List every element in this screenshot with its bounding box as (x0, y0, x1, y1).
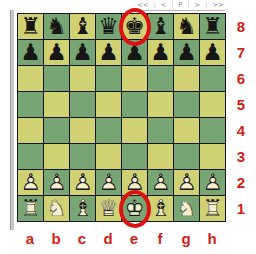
rank-label-5: 5 (232, 91, 250, 117)
square-e8[interactable]: ♚ (122, 14, 147, 39)
square-g8[interactable]: ♞ (174, 14, 199, 39)
square-d3[interactable] (96, 144, 121, 169)
piece-white-king: ♚♔ (122, 196, 147, 221)
piece-black-bishop: ♝ (148, 14, 173, 39)
file-label-c: c (69, 228, 95, 248)
square-b3[interactable] (44, 144, 69, 169)
file-label-a: a (17, 228, 43, 248)
piece-outline: ♘ (44, 196, 69, 221)
rank-label-2: 2 (232, 169, 250, 195)
piece-fill: ♞ (44, 196, 69, 221)
piece-white-pawn: ♟♙ (44, 170, 69, 195)
nav-separator: | (205, 0, 207, 10)
piece-outline: ♔ (122, 196, 147, 221)
piece-white-pawn: ♟♙ (122, 170, 147, 195)
square-h1[interactable]: ♜♖ (200, 196, 225, 221)
piece-black-rook: ♜ (200, 14, 225, 39)
square-e3[interactable] (122, 144, 147, 169)
piece-glyph: ♟ (44, 40, 69, 65)
piece-black-pawn: ♟ (96, 40, 121, 65)
nav-separator: | (171, 0, 173, 10)
piece-glyph: ♞ (44, 14, 69, 39)
piece-outline: ♖ (200, 196, 225, 221)
square-e4[interactable] (122, 118, 147, 143)
square-e7[interactable]: ♟ (122, 40, 147, 65)
square-c4[interactable] (70, 118, 95, 143)
square-d2[interactable]: ♟♙ (96, 170, 121, 195)
piece-glyph: ♟ (70, 40, 95, 65)
piece-fill: ♟ (18, 170, 43, 195)
piece-glyph: ♚ (122, 14, 147, 39)
piece-outline: ♙ (200, 170, 225, 195)
square-b8[interactable]: ♞ (44, 14, 69, 39)
nav-last-button[interactable]: >> (211, 0, 225, 10)
move-nav: <<|<|P|>|>> (136, 0, 225, 11)
piece-outline: ♙ (148, 170, 173, 195)
square-e6[interactable] (122, 66, 147, 91)
piece-white-pawn: ♟♙ (200, 170, 225, 195)
piece-black-queen: ♛ (96, 14, 121, 39)
piece-glyph: ♟ (18, 40, 43, 65)
piece-fill: ♞ (174, 196, 199, 221)
square-a8[interactable]: ♜ (18, 14, 43, 39)
piece-outline: ♘ (174, 196, 199, 221)
piece-white-rook: ♜♖ (18, 196, 43, 221)
piece-glyph: ♟ (200, 40, 225, 65)
piece-fill: ♟ (70, 170, 95, 195)
square-g3[interactable] (174, 144, 199, 169)
piece-black-pawn: ♟ (70, 40, 95, 65)
square-c5[interactable] (70, 92, 95, 117)
piece-outline: ♙ (96, 170, 121, 195)
piece-black-bishop: ♝ (70, 14, 95, 39)
piece-glyph: ♝ (70, 14, 95, 39)
piece-fill: ♛ (96, 196, 121, 221)
square-c2[interactable]: ♟♙ (70, 170, 95, 195)
file-label-e: e (121, 228, 147, 248)
piece-black-rook: ♜ (18, 14, 43, 39)
square-f7[interactable]: ♟ (148, 40, 173, 65)
piece-glyph: ♜ (200, 14, 225, 39)
square-g4[interactable] (174, 118, 199, 143)
square-f5[interactable] (148, 92, 173, 117)
piece-black-pawn: ♟ (122, 40, 147, 65)
square-a5[interactable] (18, 92, 43, 117)
piece-white-pawn: ♟♙ (96, 170, 121, 195)
file-label-d: d (95, 228, 121, 248)
piece-white-knight: ♞♘ (174, 196, 199, 221)
piece-black-king: ♚ (122, 14, 147, 39)
piece-black-pawn: ♟ (18, 40, 43, 65)
square-g5[interactable] (174, 92, 199, 117)
square-g7[interactable]: ♟ (174, 40, 199, 65)
piece-fill: ♝ (70, 196, 95, 221)
square-a7[interactable]: ♟ (18, 40, 43, 65)
square-f1[interactable]: ♝♗ (148, 196, 173, 221)
file-label-f: f (147, 228, 173, 248)
piece-white-bishop: ♝♗ (148, 196, 173, 221)
left-border-bar (10, 10, 14, 230)
square-c1[interactable]: ♝♗ (70, 196, 95, 221)
square-f2[interactable]: ♟♙ (148, 170, 173, 195)
piece-glyph: ♝ (148, 14, 173, 39)
piece-outline: ♗ (70, 196, 95, 221)
square-b1[interactable]: ♞♘ (44, 196, 69, 221)
square-a3[interactable] (18, 144, 43, 169)
piece-fill: ♟ (96, 170, 121, 195)
piece-white-pawn: ♟♙ (18, 170, 43, 195)
piece-glyph: ♟ (96, 40, 121, 65)
piece-glyph: ♞ (174, 14, 199, 39)
square-f3[interactable] (148, 144, 173, 169)
nav-first-button[interactable]: << (136, 0, 150, 10)
square-d4[interactable] (96, 118, 121, 143)
square-h7[interactable]: ♟ (200, 40, 225, 65)
piece-white-bishop: ♝♗ (70, 196, 95, 221)
file-label-g: g (173, 228, 199, 248)
square-d1[interactable]: ♛♕ (96, 196, 121, 221)
rank-label-8: 8 (232, 13, 250, 39)
file-label-b: b (43, 228, 69, 248)
rank-label-4: 4 (232, 117, 250, 143)
piece-outline: ♖ (18, 196, 43, 221)
nav-prev-button[interactable]: < (160, 0, 168, 10)
square-e5[interactable] (122, 92, 147, 117)
square-b2[interactable]: ♟♙ (44, 170, 69, 195)
piece-glyph: ♟ (174, 40, 199, 65)
piece-fill: ♟ (122, 170, 147, 195)
piece-glyph: ♟ (122, 40, 147, 65)
rank-labels: 87654321 (232, 13, 250, 221)
square-g2[interactable]: ♟♙ (174, 170, 199, 195)
square-c7[interactable]: ♟ (70, 40, 95, 65)
square-b6[interactable] (44, 66, 69, 91)
square-d6[interactable] (96, 66, 121, 91)
piece-white-knight: ♞♘ (44, 196, 69, 221)
square-a4[interactable] (18, 118, 43, 143)
piece-black-pawn: ♟ (174, 40, 199, 65)
rank-label-7: 7 (232, 39, 250, 65)
piece-outline: ♙ (174, 170, 199, 195)
square-c3[interactable] (70, 144, 95, 169)
square-b4[interactable] (44, 118, 69, 143)
square-d5[interactable] (96, 92, 121, 117)
piece-fill: ♜ (200, 196, 225, 221)
square-b5[interactable] (44, 92, 69, 117)
piece-white-pawn: ♟♙ (70, 170, 95, 195)
piece-fill: ♚ (122, 196, 147, 221)
piece-white-pawn: ♟♙ (174, 170, 199, 195)
square-b7[interactable]: ♟ (44, 40, 69, 65)
square-g1[interactable]: ♞♘ (174, 196, 199, 221)
piece-black-knight: ♞ (44, 14, 69, 39)
square-e1[interactable]: ♚♔ (122, 196, 147, 221)
square-a1[interactable]: ♜♖ (18, 196, 43, 221)
square-h8[interactable]: ♜ (200, 14, 225, 39)
file-label-h: h (199, 228, 225, 248)
piece-fill: ♟ (148, 170, 173, 195)
piece-outline: ♙ (70, 170, 95, 195)
square-h6[interactable] (200, 66, 225, 91)
square-h3[interactable] (200, 144, 225, 169)
piece-fill: ♟ (44, 170, 69, 195)
piece-black-knight: ♞ (174, 14, 199, 39)
piece-fill: ♟ (200, 170, 225, 195)
piece-outline: ♕ (96, 196, 121, 221)
square-d8[interactable]: ♛ (96, 14, 121, 39)
rank-label-1: 1 (232, 195, 250, 221)
file-labels: abcdefgh (17, 228, 225, 248)
nav-next-button[interactable]: > (193, 0, 201, 10)
square-h5[interactable] (200, 92, 225, 117)
piece-fill: ♜ (18, 196, 43, 221)
piece-fill: ♟ (174, 170, 199, 195)
square-c8[interactable]: ♝ (70, 14, 95, 39)
nav-separator: | (187, 0, 189, 10)
rank-label-6: 6 (232, 65, 250, 91)
square-f8[interactable]: ♝ (148, 14, 173, 39)
piece-glyph: ♟ (148, 40, 173, 65)
piece-glyph: ♜ (18, 14, 43, 39)
nav-separator: | (153, 0, 155, 10)
piece-black-pawn: ♟ (148, 40, 173, 65)
piece-outline: ♙ (122, 170, 147, 195)
square-a6[interactable] (18, 66, 43, 91)
piece-black-pawn: ♟ (200, 40, 225, 65)
square-a2[interactable]: ♟♙ (18, 170, 43, 195)
chess-diagram: <<|<|P|>|>> ♜♞♝♛♚♝♞♜♟♟♟♟♟♟♟♟♟♙♟♙♟♙♟♙♟♙♟♙… (0, 0, 256, 254)
nav-play-button[interactable]: P (177, 0, 183, 10)
square-e2[interactable]: ♟♙ (122, 170, 147, 195)
piece-fill: ♝ (148, 196, 173, 221)
piece-white-queen: ♛♕ (96, 196, 121, 221)
square-f4[interactable] (148, 118, 173, 143)
square-d7[interactable]: ♟ (96, 40, 121, 65)
piece-outline: ♙ (18, 170, 43, 195)
piece-glyph: ♛ (96, 14, 121, 39)
square-h4[interactable] (200, 118, 225, 143)
piece-outline: ♙ (44, 170, 69, 195)
piece-white-pawn: ♟♙ (148, 170, 173, 195)
square-f6[interactable] (148, 66, 173, 91)
chess-board: ♜♞♝♛♚♝♞♜♟♟♟♟♟♟♟♟♟♙♟♙♟♙♟♙♟♙♟♙♟♙♟♙♜♖♞♘♝♗♛♕… (17, 13, 226, 222)
rank-label-3: 3 (232, 143, 250, 169)
piece-black-pawn: ♟ (44, 40, 69, 65)
square-h2[interactable]: ♟♙ (200, 170, 225, 195)
piece-outline: ♗ (148, 196, 173, 221)
piece-white-rook: ♜♖ (200, 196, 225, 221)
square-g6[interactable] (174, 66, 199, 91)
square-c6[interactable] (70, 66, 95, 91)
